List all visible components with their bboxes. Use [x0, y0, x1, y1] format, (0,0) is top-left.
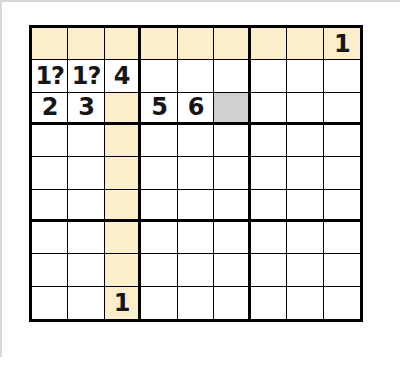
cell-r8c2[interactable]: [68, 254, 104, 286]
cell-r7c6[interactable]: [214, 222, 250, 254]
cell-r6c5[interactable]: [178, 190, 214, 222]
cell-r8c4[interactable]: [141, 254, 177, 286]
cell-r4c3[interactable]: [105, 125, 141, 157]
cell-r5c7[interactable]: [251, 157, 287, 189]
cell-r7c7[interactable]: [251, 222, 287, 254]
cell-r7c9[interactable]: [324, 222, 360, 254]
cell-r9c5[interactable]: [178, 287, 214, 319]
cell-r2c3[interactable]: 4: [105, 60, 141, 92]
cell-r4c7[interactable]: [251, 125, 287, 157]
cell-r6c6[interactable]: [214, 190, 250, 222]
cell-r8c3[interactable]: [105, 254, 141, 286]
cell-r8c5[interactable]: [178, 254, 214, 286]
cell-r4c9[interactable]: [324, 125, 360, 157]
cell-r6c8[interactable]: [287, 190, 323, 222]
cell-r8c1[interactable]: [32, 254, 68, 286]
cell-r1c8[interactable]: [287, 28, 323, 60]
cell-r8c9[interactable]: [324, 254, 360, 286]
cell-r3c9[interactable]: [324, 93, 360, 125]
cell-r7c2[interactable]: [68, 222, 104, 254]
cell-r6c4[interactable]: [141, 190, 177, 222]
cell-r7c4[interactable]: [141, 222, 177, 254]
cell-r3c1[interactable]: 2: [32, 93, 68, 125]
cell-r5c1[interactable]: [32, 157, 68, 189]
cell-r6c1[interactable]: [32, 190, 68, 222]
cell-r4c1[interactable]: [32, 125, 68, 157]
cell-r9c4[interactable]: [141, 287, 177, 319]
sudoku-board: 11?1?423561: [29, 25, 363, 322]
cell-r4c8[interactable]: [287, 125, 323, 157]
cell-r2c6[interactable]: [214, 60, 250, 92]
cell-r3c5[interactable]: 6: [178, 93, 214, 125]
cell-r9c6[interactable]: [214, 287, 250, 319]
cell-r2c2[interactable]: 1?: [68, 60, 104, 92]
cell-r2c4[interactable]: [141, 60, 177, 92]
cell-r3c2[interactable]: 3: [68, 93, 104, 125]
cell-r9c2[interactable]: [68, 287, 104, 319]
page-top-edge: [0, 0, 400, 2]
cell-r8c8[interactable]: [287, 254, 323, 286]
cell-r7c8[interactable]: [287, 222, 323, 254]
cell-r7c1[interactable]: [32, 222, 68, 254]
cell-r1c7[interactable]: [251, 28, 287, 60]
cell-r2c9[interactable]: [324, 60, 360, 92]
cell-r7c5[interactable]: [178, 222, 214, 254]
cell-r6c3[interactable]: [105, 190, 141, 222]
cell-r2c1[interactable]: 1?: [32, 60, 68, 92]
cell-r9c9[interactable]: [324, 287, 360, 319]
cell-r6c7[interactable]: [251, 190, 287, 222]
cell-r5c6[interactable]: [214, 157, 250, 189]
cell-r6c2[interactable]: [68, 190, 104, 222]
cell-r9c1[interactable]: [32, 287, 68, 319]
cell-r1c3[interactable]: [105, 28, 141, 60]
cell-r4c6[interactable]: [214, 125, 250, 157]
cell-r4c2[interactable]: [68, 125, 104, 157]
cell-r1c6[interactable]: [214, 28, 250, 60]
cell-r9c7[interactable]: [251, 287, 287, 319]
cell-r5c2[interactable]: [68, 157, 104, 189]
cell-r7c3[interactable]: [105, 222, 141, 254]
page-left-edge: [0, 0, 2, 357]
cell-r9c3[interactable]: 1: [105, 287, 141, 319]
cell-r5c9[interactable]: [324, 157, 360, 189]
cell-r1c1[interactable]: [32, 28, 68, 60]
cell-r1c5[interactable]: [178, 28, 214, 60]
cell-r2c8[interactable]: [287, 60, 323, 92]
cell-r1c9[interactable]: 1: [324, 28, 360, 60]
cell-r8c6[interactable]: [214, 254, 250, 286]
cell-r4c5[interactable]: [178, 125, 214, 157]
cell-r8c7[interactable]: [251, 254, 287, 286]
cell-r1c4[interactable]: [141, 28, 177, 60]
cell-r4c4[interactable]: [141, 125, 177, 157]
cell-r3c4[interactable]: 5: [141, 93, 177, 125]
cell-r3c3[interactable]: [105, 93, 141, 125]
cell-r3c8[interactable]: [287, 93, 323, 125]
cell-r2c7[interactable]: [251, 60, 287, 92]
cell-r5c8[interactable]: [287, 157, 323, 189]
cell-r5c3[interactable]: [105, 157, 141, 189]
cell-r1c2[interactable]: [68, 28, 104, 60]
cell-r6c9[interactable]: [324, 190, 360, 222]
cell-r5c4[interactable]: [141, 157, 177, 189]
cell-r3c7[interactable]: [251, 93, 287, 125]
cell-r2c5[interactable]: [178, 60, 214, 92]
cell-r9c8[interactable]: [287, 287, 323, 319]
cell-r3c6[interactable]: [214, 93, 250, 125]
cell-r5c5[interactable]: [178, 157, 214, 189]
